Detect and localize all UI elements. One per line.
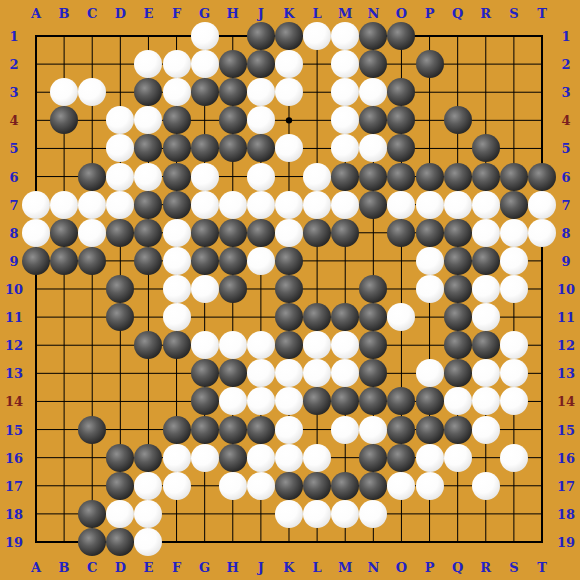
stone-white-T8 [528, 219, 556, 247]
row-label-right-19: 19 [557, 534, 575, 549]
col-label-top-R: R [480, 6, 491, 21]
stone-black-D8 [106, 219, 134, 247]
stone-white-L18 [303, 500, 331, 528]
col-label-bottom-A: A [31, 560, 41, 575]
row-label-left-3: 3 [9, 85, 18, 100]
stone-white-P9 [416, 247, 444, 275]
stone-white-L6 [303, 163, 331, 191]
stone-black-T6 [528, 163, 556, 191]
col-label-top-P: P [425, 6, 435, 21]
col-label-bottom-J: J [258, 560, 264, 575]
stone-black-O16 [387, 444, 415, 472]
stone-white-E6 [134, 163, 162, 191]
col-label-bottom-O: O [396, 560, 407, 575]
stone-white-K3 [275, 78, 303, 106]
stone-white-G7 [191, 191, 219, 219]
row-label-left-17: 17 [5, 478, 23, 493]
col-label-top-O: O [396, 6, 407, 21]
row-label-left-5: 5 [9, 141, 18, 156]
stone-white-R7 [472, 191, 500, 219]
stone-white-M7 [331, 191, 359, 219]
stone-black-Q9 [444, 247, 472, 275]
stone-white-B7 [50, 191, 78, 219]
col-label-bottom-B: B [59, 560, 70, 575]
row-label-right-8: 8 [561, 225, 570, 240]
col-label-bottom-N: N [367, 560, 379, 575]
stone-white-K18 [275, 500, 303, 528]
stone-white-P13 [416, 359, 444, 387]
row-label-right-1: 1 [561, 29, 570, 44]
stone-black-B8 [50, 219, 78, 247]
stone-white-G12 [191, 331, 219, 359]
stone-white-P10 [416, 275, 444, 303]
stone-white-G6 [191, 163, 219, 191]
col-label-top-C: C [87, 6, 97, 21]
row-label-right-12: 12 [557, 338, 575, 353]
col-label-bottom-K: K [283, 560, 294, 575]
col-label-top-H: H [227, 6, 239, 21]
stone-black-H15 [219, 416, 247, 444]
row-label-right-16: 16 [557, 450, 575, 465]
stone-black-Q12 [444, 331, 472, 359]
row-label-left-14: 14 [5, 394, 23, 409]
stone-black-J8 [247, 219, 275, 247]
go-board[interactable]: ABCDEFGHJKLMNOPQRST ABCDEFGHJKLMNOPQRST … [0, 0, 580, 580]
stone-black-C19 [78, 528, 106, 556]
stone-white-S10 [500, 275, 528, 303]
col-label-bottom-E: E [143, 560, 153, 575]
stone-white-O7 [387, 191, 415, 219]
stone-black-G8 [191, 219, 219, 247]
stone-white-G1 [191, 22, 219, 50]
stone-black-Q11 [444, 303, 472, 331]
stone-black-G3 [191, 78, 219, 106]
stone-black-M6 [331, 163, 359, 191]
row-label-right-14: 14 [557, 394, 575, 409]
stone-white-P17 [416, 472, 444, 500]
stone-black-Q15 [444, 416, 472, 444]
row-label-right-17: 17 [557, 478, 575, 493]
row-label-left-19: 19 [5, 534, 23, 549]
row-label-left-13: 13 [5, 366, 23, 381]
stone-white-K15 [275, 416, 303, 444]
col-label-bottom-T: T [537, 560, 547, 575]
col-label-top-F: F [172, 6, 181, 21]
row-label-right-13: 13 [557, 366, 575, 381]
row-label-left-6: 6 [9, 169, 18, 184]
stone-black-D17 [106, 472, 134, 500]
stone-white-H12 [219, 331, 247, 359]
row-label-left-16: 16 [5, 450, 23, 465]
stone-white-G10 [191, 275, 219, 303]
stone-black-L8 [303, 219, 331, 247]
stone-white-J9 [247, 247, 275, 275]
col-label-top-N: N [367, 6, 379, 21]
stone-white-R15 [472, 416, 500, 444]
stone-black-R9 [472, 247, 500, 275]
col-label-top-A: A [31, 6, 41, 21]
row-label-right-9: 9 [561, 253, 570, 268]
stone-black-D16 [106, 444, 134, 472]
stone-white-R11 [472, 303, 500, 331]
stone-white-Q14 [444, 387, 472, 415]
stone-black-H8 [219, 219, 247, 247]
stone-black-Q13 [444, 359, 472, 387]
row-label-left-12: 12 [5, 338, 23, 353]
stone-white-C8 [78, 219, 106, 247]
stone-white-Q7 [444, 191, 472, 219]
stone-white-S16 [500, 444, 528, 472]
stone-black-H4 [219, 106, 247, 134]
stone-white-S9 [500, 247, 528, 275]
stone-white-F16 [163, 444, 191, 472]
stone-white-P7 [416, 191, 444, 219]
row-label-right-15: 15 [557, 422, 575, 437]
stone-black-F6 [163, 163, 191, 191]
stone-white-J17 [247, 472, 275, 500]
stone-black-J15 [247, 416, 275, 444]
row-label-right-4: 4 [561, 113, 570, 128]
col-label-top-L: L [313, 6, 322, 21]
stone-white-R8 [472, 219, 500, 247]
stone-black-C18 [78, 500, 106, 528]
row-label-right-6: 6 [561, 169, 570, 184]
stone-white-K8 [275, 219, 303, 247]
stone-white-L16 [303, 444, 331, 472]
stone-black-L17 [303, 472, 331, 500]
stone-white-M18 [331, 500, 359, 528]
stone-black-N17 [359, 472, 387, 500]
stone-black-G9 [191, 247, 219, 275]
col-label-top-K: K [283, 6, 294, 21]
stone-white-R10 [472, 275, 500, 303]
stone-black-H9 [219, 247, 247, 275]
stone-black-N6 [359, 163, 387, 191]
row-label-right-11: 11 [557, 310, 575, 325]
stone-black-S7 [500, 191, 528, 219]
stone-black-S6 [500, 163, 528, 191]
stone-black-Q4 [444, 106, 472, 134]
row-label-left-2: 2 [9, 57, 18, 72]
stone-black-G13 [191, 359, 219, 387]
stone-white-Q16 [444, 444, 472, 472]
stone-black-R6 [472, 163, 500, 191]
stone-black-G5 [191, 134, 219, 162]
stone-white-N15 [359, 416, 387, 444]
stone-black-B9 [50, 247, 78, 275]
stone-black-P8 [416, 219, 444, 247]
stone-white-L1 [303, 22, 331, 50]
col-label-top-J: J [258, 6, 264, 21]
stone-white-J3 [247, 78, 275, 106]
col-label-bottom-P: P [425, 560, 435, 575]
stone-black-Q6 [444, 163, 472, 191]
stone-white-M15 [331, 416, 359, 444]
stone-black-H10 [219, 275, 247, 303]
stone-black-F4 [163, 106, 191, 134]
stone-white-F2 [163, 50, 191, 78]
stone-white-S12 [500, 331, 528, 359]
go-app-window: ABCDEFGHJKLMNOPQRST ABCDEFGHJKLMNOPQRST … [0, 0, 580, 580]
row-label-right-3: 3 [561, 85, 570, 100]
stone-white-L7 [303, 191, 331, 219]
row-label-left-4: 4 [9, 113, 18, 128]
stone-black-N16 [359, 444, 387, 472]
row-label-left-10: 10 [5, 281, 23, 296]
col-label-top-S: S [509, 6, 518, 21]
row-label-right-10: 10 [557, 281, 575, 296]
col-label-bottom-C: C [87, 560, 97, 575]
stone-black-Q8 [444, 219, 472, 247]
stone-black-C6 [78, 163, 106, 191]
stone-black-H3 [219, 78, 247, 106]
stone-white-C7 [78, 191, 106, 219]
stone-black-O6 [387, 163, 415, 191]
stone-black-R12 [472, 331, 500, 359]
stone-white-J16 [247, 444, 275, 472]
stone-white-G2 [191, 50, 219, 78]
stone-black-P2 [416, 50, 444, 78]
col-label-bottom-Q: Q [452, 560, 463, 575]
stone-black-C9 [78, 247, 106, 275]
stone-black-M17 [331, 472, 359, 500]
stone-white-K7 [275, 191, 303, 219]
stone-white-K16 [275, 444, 303, 472]
stone-black-G14 [191, 387, 219, 415]
row-label-left-9: 9 [9, 253, 18, 268]
stone-black-P14 [416, 387, 444, 415]
row-label-right-5: 5 [561, 141, 570, 156]
row-label-left-18: 18 [5, 506, 23, 521]
stone-black-F12 [163, 331, 191, 359]
stone-black-H2 [219, 50, 247, 78]
col-label-bottom-G: G [199, 560, 210, 575]
row-label-right-18: 18 [557, 506, 575, 521]
stone-white-K2 [275, 50, 303, 78]
stone-black-H13 [219, 359, 247, 387]
stone-white-F8 [163, 219, 191, 247]
col-label-bottom-S: S [509, 560, 518, 575]
stone-white-A8 [22, 219, 50, 247]
stone-black-K9 [275, 247, 303, 275]
row-label-right-7: 7 [561, 197, 570, 212]
col-label-top-M: M [338, 6, 352, 21]
stone-white-D7 [106, 191, 134, 219]
stone-black-Q10 [444, 275, 472, 303]
col-label-top-Q: Q [452, 6, 463, 21]
stone-black-O15 [387, 416, 415, 444]
stone-black-P6 [416, 163, 444, 191]
col-label-top-T: T [537, 6, 547, 21]
col-label-bottom-L: L [313, 560, 322, 575]
stone-white-J7 [247, 191, 275, 219]
stone-white-F17 [163, 472, 191, 500]
stone-white-T7 [528, 191, 556, 219]
star-point-K4 [286, 117, 292, 123]
stone-black-F7 [163, 191, 191, 219]
col-label-bottom-H: H [227, 560, 239, 575]
row-label-left-1: 1 [9, 29, 18, 44]
col-label-top-B: B [59, 6, 70, 21]
col-label-bottom-F: F [172, 560, 181, 575]
row-label-left-7: 7 [9, 197, 18, 212]
stone-white-A7 [22, 191, 50, 219]
col-label-top-E: E [143, 6, 153, 21]
stone-black-N7 [359, 191, 387, 219]
stone-black-K11 [275, 303, 303, 331]
stone-white-P16 [416, 444, 444, 472]
stone-black-K1 [275, 22, 303, 50]
col-label-bottom-R: R [480, 560, 491, 575]
stone-black-E7 [134, 191, 162, 219]
stone-white-J6 [247, 163, 275, 191]
stone-black-K17 [275, 472, 303, 500]
col-label-top-G: G [199, 6, 210, 21]
stone-black-A9 [22, 247, 50, 275]
stone-white-S8 [500, 219, 528, 247]
row-label-left-8: 8 [9, 225, 18, 240]
stone-white-H17 [219, 472, 247, 500]
stone-white-F9 [163, 247, 191, 275]
stone-black-H16 [219, 444, 247, 472]
stone-black-F5 [163, 134, 191, 162]
stone-white-H7 [219, 191, 247, 219]
stone-white-F10 [163, 275, 191, 303]
stone-black-J1 [247, 22, 275, 50]
stone-black-C15 [78, 416, 106, 444]
stone-white-J12 [247, 331, 275, 359]
stone-black-F15 [163, 416, 191, 444]
stone-white-F3 [163, 78, 191, 106]
col-label-bottom-M: M [338, 560, 352, 575]
stone-black-K12 [275, 331, 303, 359]
stone-white-G16 [191, 444, 219, 472]
col-label-bottom-D: D [115, 560, 126, 575]
col-label-top-D: D [115, 6, 126, 21]
row-label-left-15: 15 [5, 422, 23, 437]
stone-black-E16 [134, 444, 162, 472]
stone-white-R13 [472, 359, 500, 387]
stone-black-K10 [275, 275, 303, 303]
stone-white-D6 [106, 163, 134, 191]
row-label-left-11: 11 [5, 310, 23, 325]
row-label-right-2: 2 [561, 57, 570, 72]
stone-white-F11 [163, 303, 191, 331]
stone-black-J2 [247, 50, 275, 78]
stone-black-G15 [191, 416, 219, 444]
stone-white-R17 [472, 472, 500, 500]
stone-black-M8 [331, 219, 359, 247]
stone-black-P15 [416, 416, 444, 444]
